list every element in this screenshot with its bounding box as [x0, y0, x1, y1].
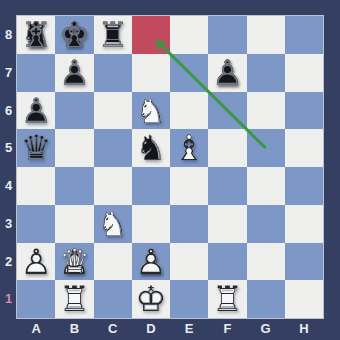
file-label-C: C: [94, 319, 132, 339]
square-f2[interactable]: [208, 243, 246, 281]
rank-label-8: 8: [0, 16, 17, 54]
square-b6[interactable]: [55, 92, 93, 130]
square-h8[interactable]: [285, 16, 323, 54]
piece-black-pawn-a6[interactable]: ♟♙: [17, 92, 55, 130]
piece-black-pawn-f7[interactable]: ♟♙: [208, 54, 246, 92]
rank-label-1: 1: [0, 280, 17, 318]
piece-white-knight-c3[interactable]: ♞♘: [94, 205, 132, 243]
square-e4[interactable]: [170, 167, 208, 205]
rank-label-4: 4: [0, 167, 17, 205]
rank-label-5: 5: [0, 129, 17, 167]
square-c7[interactable]: [94, 54, 132, 92]
rank-label-7: 7: [0, 54, 17, 92]
square-g2[interactable]: [247, 243, 285, 281]
square-d4[interactable]: [132, 167, 170, 205]
square-d3[interactable]: [132, 205, 170, 243]
square-b3[interactable]: [55, 205, 93, 243]
chessboard-frame: ♜♖♞♘♝♗♚♔♝♗♜♖♟♙♟♙♟♙♟♙♞♘♛♕♞♘♝♗♞♘♟♙♟♙♛♕♟♙♟♙…: [0, 0, 340, 340]
rank-label-6: 6: [0, 92, 17, 130]
square-h6[interactable]: [285, 92, 323, 130]
square-f8[interactable]: [208, 16, 246, 54]
square-g4[interactable]: [247, 167, 285, 205]
square-f3[interactable]: [208, 205, 246, 243]
square-e2[interactable]: [170, 243, 208, 281]
square-h5[interactable]: [285, 129, 323, 167]
square-g7[interactable]: [247, 54, 285, 92]
square-e3[interactable]: [170, 205, 208, 243]
square-b4[interactable]: [55, 167, 93, 205]
square-h2[interactable]: [285, 243, 323, 281]
square-e8[interactable]: [170, 16, 208, 54]
piece-white-bishop-e5[interactable]: ♝♗: [170, 129, 208, 167]
square-h7[interactable]: [285, 54, 323, 92]
square-a7[interactable]: [17, 54, 55, 92]
square-e7[interactable]: [170, 54, 208, 92]
square-b5[interactable]: [55, 129, 93, 167]
square-g8[interactable]: [247, 16, 285, 54]
square-c5[interactable]: [94, 129, 132, 167]
square-g5[interactable]: [247, 129, 285, 167]
piece-white-knight-d6[interactable]: ♞♘: [132, 92, 170, 130]
file-label-F: F: [208, 319, 246, 339]
square-c4[interactable]: [94, 167, 132, 205]
file-label-H: H: [285, 319, 323, 339]
square-a4[interactable]: [17, 167, 55, 205]
rank-label-3: 3: [0, 205, 17, 243]
square-f5[interactable]: [208, 129, 246, 167]
square-h3[interactable]: [285, 205, 323, 243]
square-c1[interactable]: [94, 280, 132, 318]
piece-black-bishop-b8[interactable]: ♝♗: [55, 16, 93, 54]
square-f4[interactable]: [208, 167, 246, 205]
square-h1[interactable]: [285, 280, 323, 318]
square-f6[interactable]: [208, 92, 246, 130]
square-d8[interactable]: [132, 16, 170, 54]
square-g1[interactable]: [247, 280, 285, 318]
file-label-E: E: [170, 319, 208, 339]
square-c6[interactable]: [94, 92, 132, 130]
square-e1[interactable]: [170, 280, 208, 318]
piece-black-queen-a5[interactable]: ♛♕: [17, 129, 55, 167]
piece-black-rook-c8[interactable]: ♜♖: [94, 16, 132, 54]
file-label-B: B: [55, 319, 93, 339]
square-h4[interactable]: [285, 167, 323, 205]
piece-black-bishop-a8[interactable]: ♝♗: [17, 16, 55, 54]
piece-white-queen-b2[interactable]: ♛♕: [55, 243, 93, 281]
square-d7[interactable]: [132, 54, 170, 92]
rank-label-2: 2: [0, 243, 17, 281]
square-g3[interactable]: [247, 205, 285, 243]
square-a1[interactable]: [17, 280, 55, 318]
piece-white-rook-b1[interactable]: ♜♖: [55, 280, 93, 318]
piece-white-rook-f1[interactable]: ♜♖: [208, 280, 246, 318]
square-e6[interactable]: [170, 92, 208, 130]
file-label-A: A: [17, 319, 55, 339]
square-a3[interactable]: [17, 205, 55, 243]
square-g6[interactable]: [247, 92, 285, 130]
piece-white-pawn-d2[interactable]: ♟♙: [132, 243, 170, 281]
piece-white-king-d1[interactable]: ♚♔: [132, 280, 170, 318]
file-label-D: D: [132, 319, 170, 339]
square-c2[interactable]: [94, 243, 132, 281]
piece-white-pawn-a2[interactable]: ♟♙: [17, 243, 55, 281]
file-label-G: G: [247, 319, 285, 339]
piece-black-pawn-b7[interactable]: ♟♙: [55, 54, 93, 92]
piece-black-knight-d5[interactable]: ♞♘: [132, 129, 170, 167]
